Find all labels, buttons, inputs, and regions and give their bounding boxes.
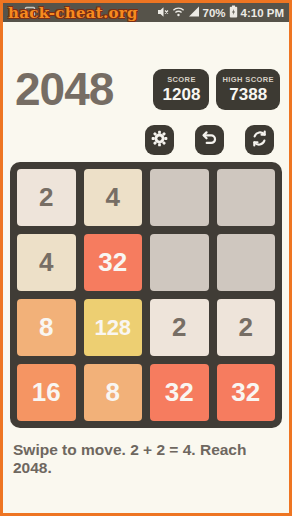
gear-icon [151,130,168,150]
board[interactable]: 244328128221683232 [10,162,282,428]
tile-4: 4 [17,234,76,291]
empty-cell [217,234,276,291]
empty-cell [150,234,209,291]
battery-charging-icon [229,5,238,20]
tile-2: 2 [217,299,276,356]
game-header: 2048 SCORE 1208 HIGH SCORE 7388 [15,66,280,112]
settings-button[interactable] [145,125,174,155]
tile-4: 4 [84,169,143,226]
volume-muted-icon [157,6,169,20]
toolbar [3,125,274,155]
undo-arrow-icon [201,130,218,150]
status-bar-right: 70% 4:10 PM [157,5,285,20]
high-score-label: HIGH SCORE [222,75,274,84]
signal-strength-icon [188,6,200,19]
empty-cell [150,169,209,226]
score-label: SCORE [159,75,203,84]
score-value: 1208 [159,85,203,105]
tile-8: 8 [17,299,76,356]
tile-16: 16 [17,364,76,421]
instructions-text: Swipe to move. 2 + 2 = 4. Reach 2048. [13,441,279,477]
game-title: 2048 [15,66,113,112]
empty-cell [217,169,276,226]
status-bar: 70% 4:10 PM hack-cheat.org [3,3,289,22]
high-score-box: HIGH SCORE 7388 [216,69,280,110]
refresh-icon [251,130,268,150]
clock-text: 4:10 PM [241,7,284,19]
tile-2: 2 [150,299,209,356]
undo-button[interactable] [195,125,224,155]
wifi-icon [172,6,185,19]
restart-button[interactable] [245,125,274,155]
tile-128: 128 [84,299,143,356]
phone-screen: 70% 4:10 PM hack-cheat.org 2048 SCORE 12… [0,0,292,516]
high-score-value: 7388 [222,85,274,105]
battery-percent-text: 70% [203,7,226,19]
watermark-text: hack-cheat.org [8,4,138,22]
tile-2: 2 [17,169,76,226]
tile-32: 32 [84,234,143,291]
tile-32: 32 [217,364,276,421]
tile-8: 8 [84,364,143,421]
score-panel: SCORE 1208 HIGH SCORE 7388 [153,69,280,110]
tile-32: 32 [150,364,209,421]
score-box: SCORE 1208 [153,69,209,110]
